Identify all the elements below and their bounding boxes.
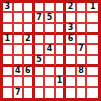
sudoku-cell-r8c6[interactable]: 1 <box>56 77 67 87</box>
sudoku-cell-r9c2[interactable]: 7 <box>14 88 25 98</box>
sudoku-cell-r2c9[interactable] <box>87 13 98 23</box>
sudoku-cell-r8c1[interactable] <box>3 77 14 87</box>
sudoku-cell-r7c8[interactable]: 8 <box>77 67 88 77</box>
sudoku-cell-r3c8[interactable] <box>77 24 88 35</box>
sudoku-cell-r2c1[interactable] <box>3 13 14 23</box>
sudoku-cell-r7c9[interactable] <box>87 67 98 77</box>
sudoku-cell-r6c9[interactable] <box>87 56 98 67</box>
sudoku-cell-r5c5[interactable]: 4 <box>45 45 56 55</box>
sudoku-cell-r5c7[interactable] <box>66 45 77 55</box>
sudoku-cell-r2c6[interactable] <box>56 13 67 23</box>
sudoku-cell-r6c5[interactable] <box>45 56 56 67</box>
sudoku-cell-r1c1[interactable]: 3 <box>3 3 14 13</box>
sudoku-cell-r7c3[interactable]: 6 <box>24 67 35 77</box>
sudoku-cell-r4c3[interactable]: 2 <box>24 35 35 45</box>
sudoku-cell-r6c4[interactable]: 5 <box>35 56 46 67</box>
sudoku-cell-r3c6[interactable] <box>56 24 67 35</box>
sudoku-cell-r6c7[interactable] <box>66 56 77 67</box>
sudoku-cell-r8c8[interactable] <box>77 77 88 87</box>
sudoku-cell-r5c3[interactable] <box>24 45 35 55</box>
sudoku-cell-r3c4[interactable] <box>35 24 46 35</box>
sudoku-cell-r1c2[interactable] <box>14 3 25 13</box>
sudoku-cell-r6c6[interactable] <box>56 56 67 67</box>
sudoku-cell-r7c2[interactable]: 4 <box>14 67 25 77</box>
sudoku-cell-r9c6[interactable] <box>56 88 67 98</box>
sudoku-cell-r3c5[interactable] <box>45 24 56 35</box>
sudoku-cell-r5c9[interactable] <box>87 45 98 55</box>
sudoku-cell-r5c1[interactable] <box>3 45 14 55</box>
sudoku-cell-r1c6[interactable] <box>56 3 67 13</box>
sudoku-cell-r1c7[interactable]: 2 <box>66 3 77 13</box>
sudoku-cell-r9c9[interactable] <box>87 88 98 98</box>
sudoku-cell-r2c8[interactable] <box>77 13 88 23</box>
sudoku-cell-r4c1[interactable]: 1 <box>3 35 14 45</box>
sudoku-cell-r8c5[interactable] <box>45 77 56 87</box>
sudoku-cell-r1c3[interactable] <box>24 3 35 13</box>
sudoku-cell-r8c7[interactable] <box>66 77 77 87</box>
sudoku-cell-r1c9[interactable]: 1 <box>87 3 98 13</box>
sudoku-cell-r9c7[interactable] <box>66 88 77 98</box>
sudoku-cell-r5c2[interactable] <box>14 45 25 55</box>
sudoku-cell-r9c5[interactable] <box>45 88 56 98</box>
sudoku-cell-r4c4[interactable] <box>35 35 46 45</box>
sudoku-cell-r7c7[interactable] <box>66 67 77 77</box>
sudoku-board: 32175312647546817 <box>0 0 101 101</box>
sudoku-cell-r1c8[interactable] <box>77 3 88 13</box>
sudoku-cell-r4c7[interactable]: 6 <box>66 35 77 45</box>
sudoku-cell-r9c1[interactable] <box>3 88 14 98</box>
sudoku-cell-r7c5[interactable] <box>45 67 56 77</box>
sudoku-cell-r4c2[interactable] <box>14 35 25 45</box>
sudoku-cell-r2c2[interactable] <box>14 13 25 23</box>
sudoku-cell-r8c3[interactable] <box>24 77 35 87</box>
sudoku-cell-r8c9[interactable] <box>87 77 98 87</box>
sudoku-cell-r2c4[interactable]: 7 <box>35 13 46 23</box>
sudoku-cell-r5c6[interactable] <box>56 45 67 55</box>
sudoku-cell-r6c1[interactable] <box>3 56 14 67</box>
sudoku-cell-r2c5[interactable]: 5 <box>45 13 56 23</box>
sudoku-cell-r9c4[interactable] <box>35 88 46 98</box>
sudoku-cell-r8c4[interactable] <box>35 77 46 87</box>
sudoku-cell-r2c3[interactable] <box>24 13 35 23</box>
sudoku-cell-r7c4[interactable] <box>35 67 46 77</box>
sudoku-cell-r1c5[interactable] <box>45 3 56 13</box>
sudoku-cell-r3c9[interactable] <box>87 24 98 35</box>
sudoku-cell-r4c9[interactable] <box>87 35 98 45</box>
sudoku-cell-r9c8[interactable] <box>77 88 88 98</box>
sudoku-cell-r8c2[interactable] <box>14 77 25 87</box>
sudoku-cell-r7c1[interactable] <box>3 67 14 77</box>
sudoku-cell-r4c6[interactable] <box>56 35 67 45</box>
sudoku-cell-r5c8[interactable]: 7 <box>77 45 88 55</box>
sudoku-cell-r9c3[interactable] <box>24 88 35 98</box>
sudoku-cell-r3c2[interactable] <box>14 24 25 35</box>
sudoku-cell-r1c4[interactable] <box>35 3 46 13</box>
